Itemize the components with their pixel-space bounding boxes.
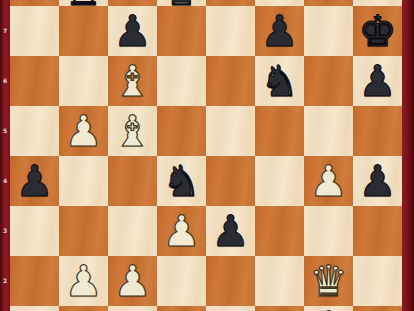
white-pawn-g4: ♟: [309, 156, 348, 206]
square-a2: [10, 256, 59, 306]
rank-label-4: 4: [0, 178, 10, 184]
square-b5: ♟: [59, 106, 108, 156]
square-d3: ♟: [157, 206, 206, 256]
white-bishop-c6: ♝: [113, 56, 152, 106]
square-d2: [157, 256, 206, 306]
square-b4: [59, 156, 108, 206]
square-e5: [206, 106, 255, 156]
square-a7: [10, 6, 59, 56]
square-h5: [353, 106, 402, 156]
white-pawn-b2: ♟: [64, 256, 103, 306]
white-bishop-c5: ♝: [113, 106, 152, 156]
square-c4: [108, 156, 157, 206]
rank-label-3: 3: [0, 228, 10, 234]
square-a3: [10, 206, 59, 256]
square-d5: [157, 106, 206, 156]
square-c5: ♝: [108, 106, 157, 156]
square-c2: ♟: [108, 256, 157, 306]
square-d1: [157, 306, 206, 311]
black-pawn-f7: ♟: [260, 6, 299, 56]
black-queen-d8: ♛: [162, 0, 201, 15]
square-g3: [304, 206, 353, 256]
square-c1: [108, 306, 157, 311]
black-king-h7: ♚: [358, 6, 397, 56]
square-f7: ♟: [255, 6, 304, 56]
square-f2: [255, 256, 304, 306]
square-f1: [255, 306, 304, 311]
rank-label-6: 6: [0, 78, 10, 84]
square-f6: ♞: [255, 56, 304, 106]
square-a5: [10, 106, 59, 156]
square-e1: [206, 306, 255, 311]
square-g5: [304, 106, 353, 156]
square-c3: [108, 206, 157, 256]
white-pawn-c2: ♟: [113, 256, 152, 306]
white-queen-g2: ♛: [309, 256, 348, 306]
square-b8: ♜: [59, 0, 108, 6]
black-pawn-a4: ♟: [15, 156, 54, 206]
square-h7: ♚: [353, 6, 402, 56]
square-b6: [59, 56, 108, 106]
black-pawn-h4: ♟: [358, 156, 397, 206]
square-c6: ♝: [108, 56, 157, 106]
square-h2: [353, 256, 402, 306]
square-d6: [157, 56, 206, 106]
square-b2: ♟: [59, 256, 108, 306]
square-e6: [206, 56, 255, 106]
black-knight-f6: ♞: [260, 56, 299, 106]
square-h4: ♟: [353, 156, 402, 206]
square-f3: [255, 206, 304, 256]
white-pawn-d3: ♟: [162, 206, 201, 256]
square-g4: ♟: [304, 156, 353, 206]
square-c7: ♟: [108, 6, 157, 56]
square-h6: ♟: [353, 56, 402, 106]
square-a6: [10, 56, 59, 106]
square-g6: [304, 56, 353, 106]
black-pawn-c7: ♟: [113, 6, 152, 56]
black-pawn-h6: ♟: [358, 56, 397, 106]
square-f5: [255, 106, 304, 156]
white-pawn-b5: ♟: [64, 106, 103, 156]
square-d8: ♛: [157, 0, 206, 6]
square-a4: ♟: [10, 156, 59, 206]
square-d4: ♞: [157, 156, 206, 206]
chess-board: ♜♛♟♟♚♝♞♟♟♝♟♞♟♟♟♟♟♟♛♚: [10, 0, 402, 311]
board-frame-left: 765432: [0, 0, 10, 311]
square-g2: ♛: [304, 256, 353, 306]
square-f4: [255, 156, 304, 206]
square-b1: [59, 306, 108, 311]
square-e3: ♟: [206, 206, 255, 256]
black-knight-d4: ♞: [162, 156, 201, 206]
rank-label-5: 5: [0, 128, 10, 134]
square-e2: [206, 256, 255, 306]
board-frame-right: [402, 0, 414, 311]
white-king-g1: ♚: [309, 302, 348, 311]
black-pawn-e3: ♟: [211, 206, 250, 256]
black-rook-b8: ♜: [64, 0, 103, 15]
square-a1: [10, 306, 59, 311]
square-b3: [59, 206, 108, 256]
square-h1: [353, 306, 402, 311]
square-e4: [206, 156, 255, 206]
square-g7: [304, 6, 353, 56]
square-g1: ♚: [304, 306, 353, 311]
square-e7: [206, 6, 255, 56]
square-h3: [353, 206, 402, 256]
rank-label-2: 2: [0, 278, 10, 284]
rank-label-7: 7: [0, 28, 10, 34]
